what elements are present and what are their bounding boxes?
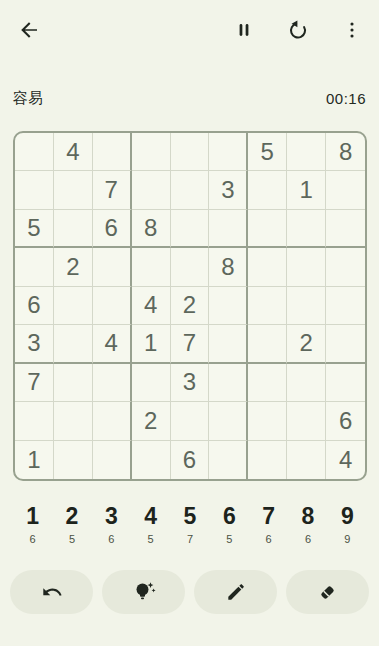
numpad: 162536455765768699 — [13, 503, 367, 545]
numpad-key-6[interactable]: 65 — [210, 503, 249, 545]
numpad-remaining-count: 7 — [187, 533, 193, 545]
cell-r7c3[interactable] — [93, 364, 132, 402]
cell-r2c4[interactable] — [132, 171, 171, 209]
cell-r6c3[interactable]: 4 — [93, 325, 132, 363]
cell-r2c6[interactable]: 3 — [209, 171, 248, 209]
numpad-remaining-count: 9 — [344, 533, 350, 545]
cell-r8c3[interactable] — [93, 402, 132, 440]
status-row: 容易 00:16 — [0, 88, 379, 108]
cell-r6c6[interactable] — [209, 325, 248, 363]
cell-r4c4[interactable] — [132, 248, 171, 286]
hint-lightbulb-icon — [131, 579, 157, 605]
cell-r9c1[interactable]: 1 — [15, 441, 54, 479]
cell-r3c1[interactable]: 5 — [15, 210, 54, 248]
cell-r7c2[interactable] — [54, 364, 93, 402]
cell-r6c5[interactable]: 7 — [171, 325, 210, 363]
cell-r5c8[interactable] — [287, 287, 326, 325]
numpad-digit: 3 — [105, 503, 118, 529]
cell-r9c7[interactable] — [248, 441, 287, 479]
cell-r6c1[interactable]: 3 — [15, 325, 54, 363]
cell-r3c2[interactable] — [54, 210, 93, 248]
cell-r4c6[interactable]: 8 — [209, 248, 248, 286]
cell-r8c7[interactable] — [248, 402, 287, 440]
cell-r8c2[interactable] — [54, 402, 93, 440]
cell-r5c7[interactable] — [248, 287, 287, 325]
numpad-key-1[interactable]: 16 — [13, 503, 52, 545]
cell-r6c8[interactable]: 2 — [287, 325, 326, 363]
restart-icon — [286, 18, 310, 42]
pause-icon — [233, 19, 255, 41]
cell-r2c3[interactable]: 7 — [93, 171, 132, 209]
cell-r2c2[interactable] — [54, 171, 93, 209]
cell-r4c3[interactable] — [93, 248, 132, 286]
cell-r8c5[interactable] — [171, 402, 210, 440]
numpad-remaining-count: 6 — [305, 533, 311, 545]
restart-button[interactable] — [285, 17, 311, 43]
numpad-digit: 1 — [26, 503, 39, 529]
cell-r8c8[interactable] — [287, 402, 326, 440]
cell-r1c1[interactable] — [15, 133, 54, 171]
bottom-toolbar — [0, 570, 379, 614]
timer-label: 00:16 — [326, 90, 366, 107]
pause-button[interactable] — [231, 17, 257, 43]
numpad-digit: 6 — [223, 503, 236, 529]
cell-r1c9[interactable]: 8 — [326, 133, 365, 171]
back-button[interactable] — [16, 17, 42, 43]
numpad-remaining-count: 5 — [226, 533, 232, 545]
cell-r1c6[interactable] — [209, 133, 248, 171]
cell-r9c8[interactable] — [287, 441, 326, 479]
notes-button[interactable] — [194, 570, 277, 614]
numpad-digit: 8 — [302, 503, 315, 529]
undo-button[interactable] — [10, 570, 93, 614]
top-app-bar — [0, 0, 379, 60]
cell-r7c6[interactable] — [209, 364, 248, 402]
numpad-key-5[interactable]: 57 — [170, 503, 209, 545]
hint-button[interactable] — [102, 570, 185, 614]
cell-r7c4[interactable] — [132, 364, 171, 402]
cell-r1c4[interactable] — [132, 133, 171, 171]
cell-r4c7[interactable] — [248, 248, 287, 286]
numpad-digit: 2 — [66, 503, 79, 529]
numpad-digit: 5 — [184, 503, 197, 529]
cell-r7c1[interactable]: 7 — [15, 364, 54, 402]
cell-r5c9[interactable] — [326, 287, 365, 325]
cell-r1c5[interactable] — [171, 133, 210, 171]
cell-r5c6[interactable] — [209, 287, 248, 325]
cell-r2c5[interactable] — [171, 171, 210, 209]
cell-r4c1[interactable] — [15, 248, 54, 286]
cell-r1c2[interactable]: 4 — [54, 133, 93, 171]
cell-r3c8[interactable] — [287, 210, 326, 248]
cell-r1c7[interactable]: 5 — [248, 133, 287, 171]
cell-r7c9[interactable] — [326, 364, 365, 402]
numpad-digit: 4 — [144, 503, 157, 529]
cell-r5c5[interactable]: 2 — [171, 287, 210, 325]
numpad-remaining-count: 5 — [148, 533, 154, 545]
cell-r3c4[interactable]: 8 — [132, 210, 171, 248]
kebab-menu-icon — [341, 19, 363, 41]
cell-r3c6[interactable] — [209, 210, 248, 248]
cell-r6c7[interactable] — [248, 325, 287, 363]
cell-r5c4[interactable]: 4 — [132, 287, 171, 325]
numpad-key-7[interactable]: 76 — [249, 503, 288, 545]
cell-r6c4[interactable]: 1 — [132, 325, 171, 363]
cell-r5c3[interactable] — [93, 287, 132, 325]
sudoku-board: 45873156828642341727326164 — [13, 131, 367, 481]
erase-button[interactable] — [286, 570, 369, 614]
numpad-remaining-count: 6 — [30, 533, 36, 545]
cell-r2c9[interactable] — [326, 171, 365, 209]
cell-r8c1[interactable] — [15, 402, 54, 440]
cell-r7c7[interactable] — [248, 364, 287, 402]
cell-r3c5[interactable] — [171, 210, 210, 248]
numpad-digit: 9 — [341, 503, 354, 529]
numpad-key-4[interactable]: 45 — [131, 503, 170, 545]
numpad-key-8[interactable]: 86 — [288, 503, 327, 545]
cell-r9c6[interactable] — [209, 441, 248, 479]
cell-r8c4[interactable]: 2 — [132, 402, 171, 440]
cell-r6c9[interactable] — [326, 325, 365, 363]
pencil-icon — [225, 581, 247, 603]
cell-r2c8[interactable]: 1 — [287, 171, 326, 209]
cell-r5c2[interactable] — [54, 287, 93, 325]
cell-r1c3[interactable] — [93, 133, 132, 171]
cell-r9c2[interactable] — [54, 441, 93, 479]
cell-r1c8[interactable] — [287, 133, 326, 171]
arrow-left-icon — [17, 18, 41, 42]
cell-r4c8[interactable] — [287, 248, 326, 286]
difficulty-label: 容易 — [13, 89, 44, 108]
cell-r9c9[interactable]: 4 — [326, 441, 365, 479]
cell-r3c7[interactable] — [248, 210, 287, 248]
cell-r3c9[interactable] — [326, 210, 365, 248]
cell-r4c9[interactable] — [326, 248, 365, 286]
numpad-key-9[interactable]: 99 — [328, 503, 367, 545]
undo-icon — [40, 580, 64, 604]
cell-r7c8[interactable] — [287, 364, 326, 402]
numpad-digit: 7 — [262, 503, 275, 529]
cell-r8c9[interactable]: 6 — [326, 402, 365, 440]
numpad-key-3[interactable]: 36 — [92, 503, 131, 545]
eraser-icon — [316, 581, 339, 604]
numpad-remaining-count: 6 — [266, 533, 272, 545]
cell-r2c1[interactable] — [15, 171, 54, 209]
cell-r4c2[interactable]: 2 — [54, 248, 93, 286]
overflow-menu-button[interactable] — [339, 17, 365, 43]
cell-r9c5[interactable]: 6 — [171, 441, 210, 479]
numpad-remaining-count: 6 — [108, 533, 114, 545]
cell-r7c5[interactable]: 3 — [171, 364, 210, 402]
cell-r9c3[interactable] — [93, 441, 132, 479]
numpad-key-2[interactable]: 25 — [52, 503, 91, 545]
cell-r6c2[interactable] — [54, 325, 93, 363]
cell-r4c5[interactable] — [171, 248, 210, 286]
numpad-remaining-count: 5 — [69, 533, 75, 545]
cell-r3c3[interactable]: 6 — [93, 210, 132, 248]
cell-r9c4[interactable] — [132, 441, 171, 479]
cell-r8c6[interactable] — [209, 402, 248, 440]
cell-r2c7[interactable] — [248, 171, 287, 209]
cell-r5c1[interactable]: 6 — [15, 287, 54, 325]
sudoku-app: 容易 00:16 45873156828642341727326164 1625… — [0, 0, 379, 646]
